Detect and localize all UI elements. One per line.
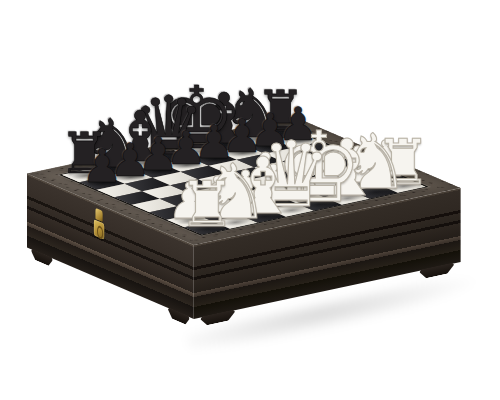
piece-black-pawn: ♟ <box>81 143 122 189</box>
piece-white-rook: ♜ <box>179 172 236 235</box>
chess-set-photo: ♜♞♝♛♚♝♞♜♟♟♟♟♟♟♟♟♟♟♟♟♟♟♟♟♜♞♝♛♚♝♞♜ <box>0 0 500 400</box>
pieces-layer: ♜♞♝♛♚♝♞♜♟♟♟♟♟♟♟♟♟♟♟♟♟♟♟♟♜♞♝♛♚♝♞♜ <box>0 0 500 400</box>
